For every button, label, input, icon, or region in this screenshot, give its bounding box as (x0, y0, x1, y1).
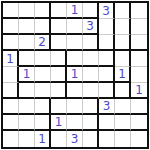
cell-r0c6[interactable]: 3 (99, 3, 115, 19)
clue-digit: 1 (55, 116, 63, 128)
cell-r5c7[interactable] (115, 83, 131, 99)
cell-r8c4[interactable]: 3 (67, 131, 83, 147)
cell-r0c3[interactable] (51, 3, 67, 19)
cell-r0c5[interactable] (83, 3, 99, 19)
cell-r6c7[interactable] (115, 99, 131, 115)
cell-r1c3[interactable] (51, 19, 67, 35)
clue-digit: 3 (86, 20, 94, 32)
cell-r3c5[interactable] (83, 51, 99, 67)
cell-r8c5[interactable] (83, 131, 99, 147)
clue-digit: 1 (71, 68, 79, 80)
cell-r0c7[interactable] (115, 3, 131, 19)
cell-r0c1[interactable] (19, 3, 35, 19)
cell-r0c4[interactable]: 1 (67, 3, 83, 19)
cell-r3c4[interactable] (67, 51, 83, 67)
cell-r4c3[interactable] (51, 67, 67, 83)
cell-r2c0[interactable] (3, 35, 19, 51)
cell-r0c2[interactable] (35, 3, 51, 19)
cell-r8c8[interactable] (131, 131, 147, 147)
cell-r5c1[interactable] (19, 83, 35, 99)
cell-r5c3[interactable] (51, 83, 67, 99)
cell-r7c5[interactable] (83, 115, 99, 131)
cell-r7c7[interactable] (115, 115, 131, 131)
cell-r4c5[interactable] (83, 67, 99, 83)
cell-r2c3[interactable] (51, 35, 67, 51)
cell-r4c2[interactable] (35, 67, 51, 83)
cell-r3c0[interactable]: 1 (3, 51, 19, 67)
cell-r8c2[interactable]: 1 (35, 131, 51, 147)
cell-r7c6[interactable] (99, 115, 115, 131)
clue-digit: 1 (6, 53, 14, 65)
cell-r5c4[interactable] (67, 83, 83, 99)
cell-r7c0[interactable] (3, 115, 19, 131)
cell-r7c1[interactable] (19, 115, 35, 131)
cell-r7c3[interactable]: 1 (51, 115, 67, 131)
cell-r6c5[interactable] (83, 99, 99, 115)
cell-r8c3[interactable] (51, 131, 67, 147)
cell-r1c5[interactable]: 3 (83, 19, 99, 35)
clue-digit: 2 (38, 36, 46, 48)
cell-r8c0[interactable] (3, 131, 19, 147)
cell-r1c1[interactable] (19, 19, 35, 35)
puzzle-page: 1332111113113 (0, 0, 150, 150)
cell-r4c6[interactable] (99, 67, 115, 83)
cell-r6c1[interactable] (19, 99, 35, 115)
cell-r7c2[interactable] (35, 115, 51, 131)
cell-r6c4[interactable] (67, 99, 83, 115)
clue-digit: 1 (38, 133, 46, 145)
clue-digit: 1 (23, 68, 31, 80)
cell-r3c2[interactable] (35, 51, 51, 67)
clue-digit: 1 (118, 68, 126, 80)
cell-r6c2[interactable] (35, 99, 51, 115)
cell-r2c1[interactable] (19, 35, 35, 51)
cell-r0c8[interactable] (131, 3, 147, 19)
cell-r2c2[interactable]: 2 (35, 35, 51, 51)
clue-digit: 1 (71, 4, 79, 16)
cell-r5c8[interactable]: 1 (131, 83, 147, 99)
cell-r3c6[interactable] (99, 51, 115, 67)
cell-r1c4[interactable] (67, 19, 83, 35)
cell-r0c0[interactable] (3, 3, 19, 19)
clue-digit: 3 (71, 133, 79, 145)
cell-r5c6[interactable] (99, 83, 115, 99)
cell-r8c6[interactable] (99, 131, 115, 147)
cell-r4c1[interactable]: 1 (19, 67, 35, 83)
cell-r2c8[interactable] (131, 35, 147, 51)
cell-r2c5[interactable] (83, 35, 99, 51)
cell-r6c0[interactable] (3, 99, 19, 115)
cell-r1c8[interactable] (131, 19, 147, 35)
cell-r7c4[interactable] (67, 115, 83, 131)
cell-r4c8[interactable] (131, 67, 147, 83)
cell-r3c1[interactable] (19, 51, 35, 67)
clue-digit: 1 (135, 84, 143, 96)
cell-r4c0[interactable] (3, 67, 19, 83)
cell-r2c6[interactable] (99, 35, 115, 51)
cell-r5c2[interactable] (35, 83, 51, 99)
cell-r1c0[interactable] (3, 19, 19, 35)
cell-r5c0[interactable] (3, 83, 19, 99)
cell-r1c2[interactable] (35, 19, 51, 35)
cell-r2c7[interactable] (115, 35, 131, 51)
cell-r1c6[interactable] (99, 19, 115, 35)
cell-r6c6[interactable]: 3 (99, 99, 115, 115)
cell-r1c7[interactable] (115, 19, 131, 35)
clue-digit: 3 (102, 5, 110, 17)
cell-r4c7[interactable]: 1 (115, 67, 131, 83)
cell-r3c8[interactable] (131, 51, 147, 67)
cell-r7c8[interactable] (131, 115, 147, 131)
cell-r3c7[interactable] (115, 51, 131, 67)
cell-r8c7[interactable] (115, 131, 131, 147)
cell-r5c5[interactable] (83, 83, 99, 99)
cell-r2c4[interactable] (67, 35, 83, 51)
cell-r6c3[interactable] (51, 99, 67, 115)
cell-r8c1[interactable] (19, 131, 35, 147)
cell-r4c4[interactable]: 1 (67, 67, 83, 83)
cell-r3c3[interactable] (51, 51, 67, 67)
puzzle-board: 1332111113113 (1, 1, 149, 149)
clue-digit: 3 (103, 100, 111, 112)
cell-r6c8[interactable] (131, 99, 147, 115)
